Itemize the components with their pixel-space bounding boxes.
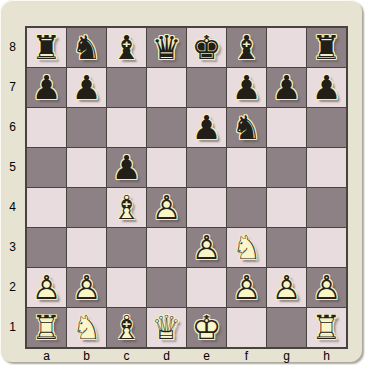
square-g8[interactable]	[267, 28, 306, 67]
piece-fill-glyph: ♚	[187, 308, 226, 347]
square-f7[interactable]: ♟	[227, 68, 266, 107]
piece-outline-glyph: ♙	[27, 268, 66, 307]
square-c6[interactable]	[107, 108, 146, 147]
piece-fill-glyph: ♞	[227, 228, 266, 267]
piece-fill-glyph: ♜	[307, 308, 346, 347]
file-label-e: e	[187, 350, 226, 363]
piece-fill-glyph: ♛	[147, 308, 186, 347]
black-pawn[interactable]: ♟	[307, 68, 346, 107]
piece-outline-glyph: ♗	[107, 308, 146, 347]
square-a5[interactable]	[27, 148, 66, 187]
rank-label-7: 7	[0, 68, 25, 107]
rank-label-8: 8	[0, 28, 25, 67]
square-d8[interactable]: ♛	[147, 28, 186, 67]
square-g3[interactable]	[267, 228, 306, 267]
black-knight[interactable]: ♞	[227, 108, 266, 147]
white-pawn[interactable]: ♟♙	[67, 268, 106, 307]
file-label-g: g	[267, 350, 306, 363]
piece-outline-glyph: ♕	[147, 308, 186, 347]
black-rook[interactable]: ♜	[27, 28, 66, 67]
square-b3[interactable]	[67, 228, 106, 267]
square-d6[interactable]	[147, 108, 186, 147]
square-b5[interactable]	[67, 148, 106, 187]
black-pawn[interactable]: ♟	[227, 68, 266, 107]
piece-fill-glyph: ♟	[267, 68, 306, 107]
piece-fill-glyph: ♟	[27, 268, 66, 307]
square-g1[interactable]	[267, 308, 306, 347]
piece-fill-glyph: ♟	[27, 68, 66, 107]
piece-fill-glyph: ♟	[227, 68, 266, 107]
square-b8[interactable]: ♞	[67, 28, 106, 67]
piece-fill-glyph: ♟	[67, 68, 106, 107]
square-h6[interactable]	[307, 108, 346, 147]
piece-outline-glyph: ♙	[227, 268, 266, 307]
square-a7[interactable]: ♟	[27, 68, 66, 107]
piece-fill-glyph: ♛	[147, 28, 186, 67]
white-pawn[interactable]: ♟♙	[27, 268, 66, 307]
rank-label-5: 5	[0, 148, 25, 187]
rank-labels: 87654321	[0, 28, 25, 347]
square-f4[interactable]	[227, 188, 266, 227]
black-bishop[interactable]: ♝	[107, 28, 146, 67]
rank-label-6: 6	[0, 108, 25, 147]
piece-fill-glyph: ♟	[307, 68, 346, 107]
square-h1[interactable]: ♜♖	[307, 308, 346, 347]
file-label-b: b	[67, 350, 106, 363]
piece-fill-glyph: ♝	[227, 28, 266, 67]
square-a3[interactable]	[27, 228, 66, 267]
piece-outline-glyph: ♙	[267, 268, 306, 307]
piece-fill-glyph: ♟	[107, 148, 146, 187]
white-pawn[interactable]: ♟♙	[267, 268, 306, 307]
square-b2[interactable]: ♟♙	[67, 268, 106, 307]
black-knight[interactable]: ♞	[67, 28, 106, 67]
piece-fill-glyph: ♜	[27, 308, 66, 347]
rank-label-1: 1	[0, 308, 25, 347]
square-f2[interactable]: ♟♙	[227, 268, 266, 307]
square-h3[interactable]	[307, 228, 346, 267]
piece-fill-glyph: ♞	[227, 108, 266, 147]
square-a8[interactable]: ♜	[27, 28, 66, 67]
piece-fill-glyph: ♟	[267, 268, 306, 307]
square-c4[interactable]: ♝♗	[107, 188, 146, 227]
square-e8[interactable]: ♚	[187, 28, 226, 67]
piece-fill-glyph: ♟	[307, 268, 346, 307]
white-bishop[interactable]: ♝♗	[107, 308, 146, 347]
square-g4[interactable]	[267, 188, 306, 227]
black-queen[interactable]: ♛	[147, 28, 186, 67]
square-c8[interactable]: ♝	[107, 28, 146, 67]
file-label-f: f	[227, 350, 266, 363]
piece-outline-glyph: ♖	[27, 308, 66, 347]
square-f6[interactable]: ♞	[227, 108, 266, 147]
square-e4[interactable]	[187, 188, 226, 227]
square-g5[interactable]	[267, 148, 306, 187]
square-d7[interactable]	[147, 68, 186, 107]
rank-label-2: 2	[0, 268, 25, 307]
black-pawn[interactable]: ♟	[187, 108, 226, 147]
square-g6[interactable]	[267, 108, 306, 147]
square-a2[interactable]: ♟♙	[27, 268, 66, 307]
square-g7[interactable]: ♟	[267, 68, 306, 107]
white-knight[interactable]: ♞♘	[227, 228, 266, 267]
white-bishop[interactable]: ♝♗	[107, 188, 146, 227]
square-a1[interactable]: ♜♖	[27, 308, 66, 347]
black-pawn[interactable]: ♟	[67, 68, 106, 107]
white-pawn[interactable]: ♟♙	[147, 188, 186, 227]
black-bishop[interactable]: ♝	[227, 28, 266, 67]
chess-board: ♜♞♝♛♚♝♜♟♟♟♟♟♟♞♟♝♗♟♙♟♙♞♘♟♙♟♙♟♙♟♙♟♙♜♖♞♘♝♗♛…	[25, 26, 348, 349]
white-queen[interactable]: ♛♕	[147, 308, 186, 347]
black-pawn[interactable]: ♟	[27, 68, 66, 107]
black-king[interactable]: ♚	[187, 28, 226, 67]
square-c2[interactable]	[107, 268, 146, 307]
square-e7[interactable]	[187, 68, 226, 107]
square-f3[interactable]: ♞♘	[227, 228, 266, 267]
square-d5[interactable]	[147, 148, 186, 187]
piece-outline-glyph: ♔	[187, 308, 226, 347]
square-c1[interactable]: ♝♗	[107, 308, 146, 347]
black-pawn[interactable]: ♟	[267, 68, 306, 107]
file-label-a: a	[27, 350, 66, 363]
file-labels: abcdefgh	[27, 350, 346, 363]
white-rook[interactable]: ♜♖	[307, 308, 346, 347]
square-b1[interactable]: ♞♘	[67, 308, 106, 347]
square-h7[interactable]: ♟	[307, 68, 346, 107]
square-f1[interactable]	[227, 308, 266, 347]
square-e2[interactable]	[187, 268, 226, 307]
square-b6[interactable]	[67, 108, 106, 147]
file-label-c: c	[107, 350, 146, 363]
square-h5[interactable]	[307, 148, 346, 187]
piece-outline-glyph: ♙	[187, 228, 226, 267]
piece-fill-glyph: ♜	[307, 28, 346, 67]
white-king[interactable]: ♚♔	[187, 308, 226, 347]
square-a6[interactable]	[27, 108, 66, 147]
piece-fill-glyph: ♟	[67, 268, 106, 307]
square-g2[interactable]: ♟♙	[267, 268, 306, 307]
piece-outline-glyph: ♗	[107, 188, 146, 227]
square-b4[interactable]	[67, 188, 106, 227]
rank-label-4: 4	[0, 188, 25, 227]
square-d3[interactable]	[147, 228, 186, 267]
white-pawn[interactable]: ♟♙	[307, 268, 346, 307]
piece-fill-glyph: ♝	[107, 188, 146, 227]
piece-outline-glyph: ♙	[307, 268, 346, 307]
file-label-d: d	[147, 350, 186, 363]
piece-fill-glyph: ♟	[187, 228, 226, 267]
piece-fill-glyph: ♚	[187, 28, 226, 67]
piece-outline-glyph: ♘	[67, 308, 106, 347]
black-pawn[interactable]: ♟	[107, 148, 146, 187]
piece-outline-glyph: ♙	[147, 188, 186, 227]
square-f5[interactable]	[227, 148, 266, 187]
piece-fill-glyph: ♟	[187, 108, 226, 147]
square-a4[interactable]	[27, 188, 66, 227]
square-c7[interactable]	[107, 68, 146, 107]
piece-outline-glyph: ♘	[227, 228, 266, 267]
piece-outline-glyph: ♙	[67, 268, 106, 307]
square-d4[interactable]: ♟♙	[147, 188, 186, 227]
white-pawn[interactable]: ♟♙	[227, 268, 266, 307]
square-e6[interactable]: ♟	[187, 108, 226, 147]
square-h2[interactable]: ♟♙	[307, 268, 346, 307]
square-d2[interactable]	[147, 268, 186, 307]
square-e3[interactable]: ♟♙	[187, 228, 226, 267]
piece-fill-glyph: ♝	[107, 28, 146, 67]
square-h4[interactable]	[307, 188, 346, 227]
square-f8[interactable]: ♝	[227, 28, 266, 67]
square-h8[interactable]: ♜	[307, 28, 346, 67]
square-e1[interactable]: ♚♔	[187, 308, 226, 347]
square-e5[interactable]	[187, 148, 226, 187]
white-knight[interactable]: ♞♘	[67, 308, 106, 347]
piece-fill-glyph: ♟	[227, 268, 266, 307]
piece-fill-glyph: ♜	[27, 28, 66, 67]
piece-fill-glyph: ♟	[147, 188, 186, 227]
piece-fill-glyph: ♞	[67, 308, 106, 347]
piece-outline-glyph: ♖	[307, 308, 346, 347]
white-rook[interactable]: ♜♖	[27, 308, 66, 347]
piece-fill-glyph: ♝	[107, 308, 146, 347]
board-panel: 87654321 ♜♞♝♛♚♝♜♟♟♟♟♟♟♞♟♝♗♟♙♟♙♞♘♟♙♟♙♟♙♟♙…	[0, 0, 362, 362]
rank-label-3: 3	[0, 228, 25, 267]
piece-fill-glyph: ♞	[67, 28, 106, 67]
square-c3[interactable]	[107, 228, 146, 267]
white-pawn[interactable]: ♟♙	[187, 228, 226, 267]
file-label-h: h	[307, 350, 346, 363]
square-c5[interactable]: ♟	[107, 148, 146, 187]
square-d1[interactable]: ♛♕	[147, 308, 186, 347]
square-b7[interactable]: ♟	[67, 68, 106, 107]
black-rook[interactable]: ♜	[307, 28, 346, 67]
